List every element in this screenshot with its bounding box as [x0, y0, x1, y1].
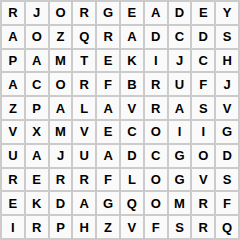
letter-cell[interactable]: F — [97, 73, 119, 95]
letter-cell[interactable]: F — [145, 216, 167, 238]
letter-cell[interactable]: V — [121, 216, 143, 238]
letter-cell[interactable]: D — [121, 145, 143, 167]
letter-cell[interactable]: E — [97, 121, 119, 143]
letter-cell[interactable]: O — [145, 121, 167, 143]
letter-cell[interactable]: V — [73, 121, 95, 143]
letter-cell[interactable]: D — [169, 2, 191, 24]
letter-cell[interactable]: R — [2, 169, 24, 191]
letter-cell[interactable]: Z — [97, 216, 119, 238]
letter-cell[interactable]: U — [2, 145, 24, 167]
letter-cell[interactable]: S — [192, 97, 214, 119]
letter-cell[interactable]: M — [169, 192, 191, 214]
word-search-board: RJORGEADEYAOZQRADCDSPAMTEKIJCHACORFBRUFJ… — [0, 0, 240, 240]
letter-cell[interactable]: M — [50, 121, 72, 143]
letter-cell[interactable]: T — [73, 50, 95, 72]
letter-cell[interactable]: C — [26, 73, 48, 95]
letter-cell[interactable]: V — [121, 97, 143, 119]
letter-cell[interactable]: U — [73, 145, 95, 167]
letter-cell[interactable]: I — [145, 50, 167, 72]
letter-cell[interactable]: S — [169, 216, 191, 238]
letter-cell[interactable]: Q — [121, 192, 143, 214]
letter-cell[interactable]: R — [73, 2, 95, 24]
letter-cell[interactable]: F — [192, 73, 214, 95]
letter-cell[interactable]: C — [121, 121, 143, 143]
letter-cell[interactable]: F — [97, 169, 119, 191]
letter-cell[interactable]: D — [50, 192, 72, 214]
letter-cell[interactable]: E — [26, 169, 48, 191]
letter-cell[interactable]: I — [192, 121, 214, 143]
letter-cell[interactable]: P — [50, 216, 72, 238]
letter-cell[interactable]: R — [50, 169, 72, 191]
letter-cell[interactable]: R — [192, 216, 214, 238]
letter-cell[interactable]: A — [121, 26, 143, 48]
letter-cell[interactable]: A — [97, 97, 119, 119]
letter-cell[interactable]: A — [169, 97, 191, 119]
letter-cell[interactable]: D — [145, 26, 167, 48]
letter-cell[interactable]: G — [169, 145, 191, 167]
letter-cell[interactable]: K — [121, 50, 143, 72]
letter-cell[interactable]: F — [216, 192, 238, 214]
letter-cell[interactable]: H — [73, 216, 95, 238]
letter-cell[interactable]: V — [216, 97, 238, 119]
letter-cell[interactable]: K — [26, 192, 48, 214]
letter-cell[interactable]: R — [73, 73, 95, 95]
letter-cell[interactable]: O — [192, 145, 214, 167]
letter-cell[interactable]: E — [121, 2, 143, 24]
letter-cell[interactable]: Z — [2, 97, 24, 119]
letter-cell[interactable]: Y — [216, 2, 238, 24]
letter-cell[interactable]: S — [216, 26, 238, 48]
letter-cell[interactable]: L — [73, 97, 95, 119]
letter-cell[interactable]: J — [50, 145, 72, 167]
letter-cell[interactable]: C — [145, 145, 167, 167]
letter-cell[interactable]: J — [216, 73, 238, 95]
letter-cell[interactable]: L — [121, 169, 143, 191]
letter-cell[interactable]: H — [216, 50, 238, 72]
letter-cell[interactable]: D — [216, 145, 238, 167]
letter-cell[interactable]: M — [50, 50, 72, 72]
letter-cell[interactable]: A — [97, 145, 119, 167]
letter-cell[interactable]: O — [50, 2, 72, 24]
letter-cell[interactable]: A — [73, 192, 95, 214]
letter-cell[interactable]: G — [97, 2, 119, 24]
letter-cell[interactable]: P — [2, 50, 24, 72]
letter-cell[interactable]: J — [26, 2, 48, 24]
letter-cell[interactable]: G — [216, 121, 238, 143]
letter-cell[interactable]: O — [145, 169, 167, 191]
letter-cell[interactable]: O — [145, 192, 167, 214]
letter-cell[interactable]: R — [192, 192, 214, 214]
letter-cell[interactable]: A — [50, 97, 72, 119]
letter-cell[interactable]: R — [26, 216, 48, 238]
letter-cell[interactable]: D — [192, 26, 214, 48]
letter-cell[interactable]: U — [169, 73, 191, 95]
letter-cell[interactable]: C — [169, 26, 191, 48]
letter-cell[interactable]: I — [2, 216, 24, 238]
letter-cell[interactable]: E — [2, 192, 24, 214]
letter-cell[interactable]: G — [169, 169, 191, 191]
letter-cell[interactable]: R — [97, 26, 119, 48]
letter-cell[interactable]: V — [2, 121, 24, 143]
letter-cell[interactable]: A — [2, 73, 24, 95]
letter-cell[interactable]: B — [121, 73, 143, 95]
letter-cell[interactable]: O — [50, 73, 72, 95]
letter-cell[interactable]: A — [145, 2, 167, 24]
letter-cell[interactable]: I — [169, 121, 191, 143]
letter-cell[interactable]: A — [26, 50, 48, 72]
letter-cell[interactable]: R — [145, 97, 167, 119]
letter-cell[interactable]: G — [97, 192, 119, 214]
letter-cell[interactable]: Q — [216, 216, 238, 238]
letter-cell[interactable]: X — [26, 121, 48, 143]
letter-cell[interactable]: E — [192, 2, 214, 24]
letter-cell[interactable]: C — [192, 50, 214, 72]
letter-cell[interactable]: R — [2, 2, 24, 24]
letter-cell[interactable]: R — [145, 73, 167, 95]
letter-cell[interactable]: P — [26, 97, 48, 119]
letter-cell[interactable]: A — [26, 145, 48, 167]
letter-cell[interactable]: J — [169, 50, 191, 72]
letter-cell[interactable]: A — [2, 26, 24, 48]
letter-cell[interactable]: V — [192, 169, 214, 191]
letter-cell[interactable]: O — [26, 26, 48, 48]
letter-cell[interactable]: Q — [73, 26, 95, 48]
letter-cell[interactable]: S — [216, 169, 238, 191]
letter-cell[interactable]: Z — [50, 26, 72, 48]
letter-cell[interactable]: E — [97, 50, 119, 72]
letter-cell[interactable]: R — [73, 169, 95, 191]
